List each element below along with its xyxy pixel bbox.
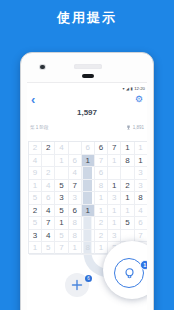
grid-cell-r5c7[interactable]: 3 — [108, 192, 121, 205]
grid-cell-r2c8[interactable]: 8 — [121, 155, 134, 168]
stage-label: 第 1 阶段 — [30, 125, 49, 130]
grid-cell-r3c5[interactable] — [82, 167, 95, 180]
grid-cell-r5c8[interactable]: 1 — [121, 192, 134, 205]
grid-cell-r6c8[interactable]: 1 — [121, 205, 134, 218]
grid-cell-r3c6[interactable]: 6 — [95, 167, 108, 180]
grid-cell-r7c1[interactable]: 5 — [29, 217, 42, 230]
grid-cell-r1c4[interactable] — [69, 142, 82, 155]
grid-cell-r4c2[interactable]: 4 — [42, 180, 55, 193]
grid-cell-r5c3[interactable]: 3 — [55, 192, 68, 205]
grid-cell-r6c2[interactable]: 4 — [42, 205, 55, 218]
grid-cell-r4c8[interactable]: 2 — [121, 180, 134, 193]
grid-cell-r5c1[interactable]: 5 — [29, 192, 42, 205]
grid-cell-r2c6[interactable]: 7 — [95, 155, 108, 168]
grid-cell-r5c4[interactable]: 3 — [69, 192, 82, 205]
grid-cell-r8c6[interactable]: 2 — [95, 230, 108, 243]
grid-cell-r4c7[interactable]: 1 — [108, 180, 121, 193]
grid-cell-r3c8[interactable] — [121, 167, 134, 180]
grid-cell-r9c6[interactable]: 1 — [95, 242, 108, 255]
grid-cell-r9c5[interactable]: 8 — [82, 242, 95, 255]
stage-row: 第 1 阶段 1,891 — [30, 125, 144, 130]
grid-cell-r1c2[interactable]: 2 — [42, 142, 55, 155]
grid-cell-r7c2[interactable]: 7 — [42, 217, 55, 230]
grid-cell-r6c6[interactable]: 1 — [95, 205, 108, 218]
speaker-icon — [74, 64, 102, 69]
grid-cell-r2c1[interactable]: 4 — [29, 155, 42, 168]
grid-cell-r6c1[interactable]: 2 — [29, 205, 42, 218]
grid-cell-r9c4[interactable]: 1 — [69, 242, 82, 255]
grid-cell-r7c3[interactable]: 1 — [55, 217, 68, 230]
grid-cell-r4c1[interactable]: 1 — [29, 180, 42, 193]
grid-cell-r7c5[interactable] — [82, 217, 95, 230]
grid-cell-r3c1[interactable]: 9 — [29, 167, 42, 180]
grid-cell-r1c3[interactable]: 4 — [55, 142, 68, 155]
grid-cell-r8c1[interactable]: 3 — [29, 230, 42, 243]
hint-count-badge: 1 — [140, 260, 147, 270]
grid-cell-r4c9[interactable]: 3 — [135, 180, 148, 193]
grid-cell-r6c4[interactable]: 6 — [69, 205, 82, 218]
grid-cell-r2c9[interactable]: 1 — [135, 155, 148, 168]
grid-cell-r4c5[interactable] — [82, 180, 95, 193]
grid-cell-r7c7[interactable]: 1 — [108, 217, 121, 230]
trophy-icon — [126, 125, 131, 130]
grid-cell-r7c4[interactable]: 8 — [69, 217, 82, 230]
grid-cell-r1c9[interactable]: 1 — [135, 142, 148, 155]
current-score: 1,597 — [27, 108, 147, 117]
grid-cell-r8c4[interactable]: 8 — [69, 230, 82, 243]
grid-cell-r1c6[interactable]: 6 — [95, 142, 108, 155]
grid-cell-r4c6[interactable]: 8 — [95, 180, 108, 193]
grid-cell-r8c7[interactable]: 3 — [108, 230, 121, 243]
number-grid: 2246671141617181924631457812356331318245… — [28, 141, 147, 254]
grid-cell-r3c9[interactable]: 3 — [135, 167, 148, 180]
earpiece-icon — [82, 74, 94, 79]
clock: 12:20 — [134, 86, 145, 91]
grid-cell-r7c9[interactable]: 6 — [135, 217, 148, 230]
grid-cell-r5c6[interactable]: 1 — [95, 192, 108, 205]
grid-cell-r2c2[interactable] — [42, 155, 55, 168]
grid-cell-r3c4[interactable]: 4 — [69, 167, 82, 180]
grid-cell-r9c2[interactable]: 5 — [42, 242, 55, 255]
best-score: 1,891 — [133, 125, 144, 130]
grid-cell-r3c2[interactable]: 2 — [42, 167, 55, 180]
grid-cell-r3c7[interactable] — [108, 167, 121, 180]
grid-cell-r5c2[interactable]: 6 — [42, 192, 55, 205]
back-icon[interactable]: ‹ — [31, 93, 35, 106]
grid-cell-r5c5[interactable] — [82, 192, 95, 205]
phone-mockup: ▾ ◢ ▮ 12:20 ‹ ⚙ 1,597 第 1 阶段 1,891 — [20, 52, 154, 310]
grid-cell-r7c6[interactable]: 2 — [95, 217, 108, 230]
promo-page: 使用提示 ▾ ◢ ▮ 12:20 ‹ ⚙ 1,597 第 1 阶段 1,891 — [0, 0, 174, 310]
grid-cell-r8c9[interactable]: 7 — [135, 230, 148, 243]
grid-cell-r1c8[interactable]: 1 — [121, 142, 134, 155]
grid-cell-r1c1[interactable]: 2 — [29, 142, 42, 155]
grid-cell-r2c4[interactable]: 6 — [69, 155, 82, 168]
camera-icon — [40, 65, 45, 70]
grid-cell-r8c3[interactable]: 5 — [55, 230, 68, 243]
grid-cell-r6c5[interactable]: 1 — [82, 205, 95, 218]
page-title: 使用提示 — [0, 9, 174, 27]
grid-cell-r4c4[interactable]: 7 — [69, 180, 82, 193]
gear-icon[interactable]: ⚙ — [135, 95, 143, 104]
grid-cell-r5c9[interactable]: 8 — [135, 192, 148, 205]
grid-cell-r6c7[interactable]: 1 — [108, 205, 121, 218]
wifi-icon: ▾ — [122, 87, 124, 91]
grid-cell-r2c3[interactable]: 1 — [55, 155, 68, 168]
status-bar: ▾ ◢ ▮ 12:20 — [122, 85, 145, 92]
grid-cell-r4c3[interactable]: 5 — [55, 180, 68, 193]
signal-icon: ◢ — [126, 87, 129, 91]
grid-cell-r2c5[interactable]: 1 — [82, 155, 95, 168]
grid-cell-r8c5[interactable] — [82, 230, 95, 243]
grid-cell-r9c3[interactable]: 7 — [55, 242, 68, 255]
grid-cell-r9c1[interactable]: 1 — [29, 242, 42, 255]
grid-cell-r8c2[interactable]: 4 — [42, 230, 55, 243]
grid-cell-r2c7[interactable]: 1 — [108, 155, 121, 168]
grid-cell-r6c3[interactable]: 5 — [55, 205, 68, 218]
grid-cell-r1c5[interactable]: 6 — [82, 142, 95, 155]
grid-cell-r3c3[interactable] — [55, 167, 68, 180]
plus-icon — [71, 279, 83, 291]
battery-icon: ▮ — [131, 87, 133, 91]
app-screen: ▾ ◢ ▮ 12:20 ‹ ⚙ 1,597 第 1 阶段 1,891 — [27, 82, 147, 310]
grid-cell-r1c7[interactable]: 7 — [108, 142, 121, 155]
grid-cell-r7c8[interactable]: 5 — [121, 217, 134, 230]
lightbulb-icon — [122, 266, 137, 281]
add-count-badge: 6 — [85, 275, 92, 282]
grid-cell-r6c9[interactable]: 4 — [135, 205, 148, 218]
